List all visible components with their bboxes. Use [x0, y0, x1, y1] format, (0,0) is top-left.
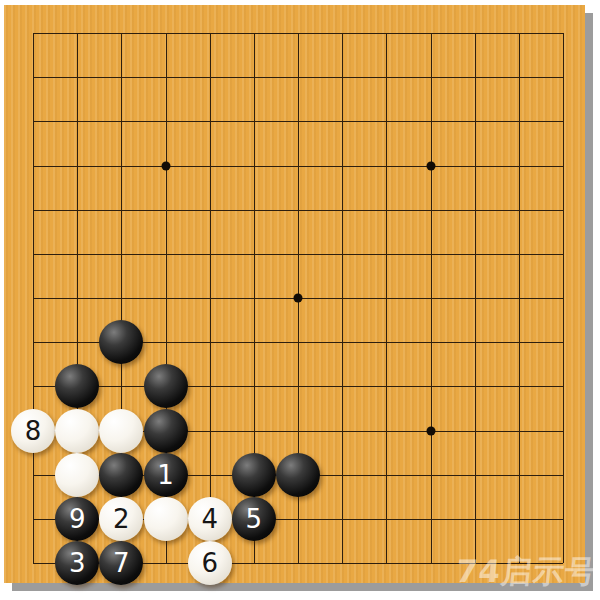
- move-number: 1: [157, 462, 174, 488]
- move-number: 3: [69, 550, 86, 576]
- black-stone: [99, 320, 143, 364]
- white-stone: [99, 409, 143, 453]
- move-number: 9: [69, 506, 86, 532]
- black-stone: [232, 453, 276, 497]
- move-number: 7: [113, 550, 130, 576]
- white-stone: 6: [188, 541, 232, 585]
- star-point: [161, 161, 170, 170]
- grid-line-vertical: [475, 33, 476, 563]
- grid-line-vertical: [519, 33, 520, 563]
- black-stone: 5: [232, 497, 276, 541]
- star-point: [426, 161, 435, 170]
- move-number: 4: [201, 506, 218, 532]
- white-stone: 8: [11, 409, 55, 453]
- black-stone: [276, 453, 320, 497]
- grid-line-vertical: [342, 33, 343, 563]
- black-stone: [144, 364, 188, 408]
- black-stone: 1: [144, 453, 188, 497]
- black-stone: [144, 409, 188, 453]
- white-stone: [55, 409, 99, 453]
- white-stone: 4: [188, 497, 232, 541]
- grid-line-vertical: [563, 33, 564, 563]
- grid-line-horizontal: [33, 386, 563, 387]
- move-number: 2: [113, 506, 130, 532]
- white-stone: [55, 453, 99, 497]
- grid-line-vertical: [386, 33, 387, 563]
- white-stone: 2: [99, 497, 143, 541]
- go-board: 819245376: [4, 5, 585, 583]
- black-stone: 3: [55, 541, 99, 585]
- star-point: [294, 294, 303, 303]
- star-point: [426, 426, 435, 435]
- move-number: 5: [246, 506, 263, 532]
- move-number: 6: [201, 550, 218, 576]
- black-stone: 7: [99, 541, 143, 585]
- grid-line-vertical: [431, 33, 432, 563]
- move-number: 8: [25, 418, 42, 444]
- black-stone: [55, 364, 99, 408]
- black-stone: [99, 453, 143, 497]
- black-stone: 9: [55, 497, 99, 541]
- watermark: 74启示号: [454, 551, 592, 593]
- white-stone: [144, 497, 188, 541]
